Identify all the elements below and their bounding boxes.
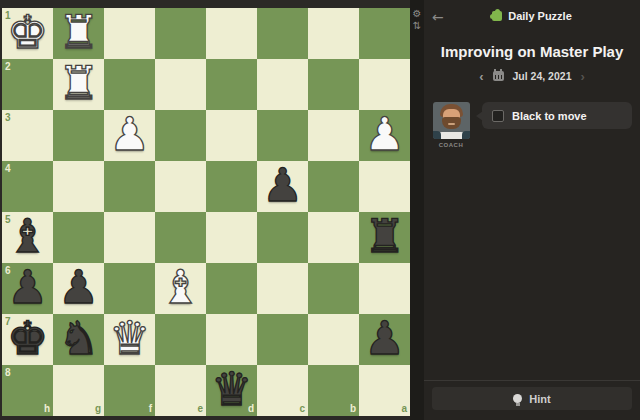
black-pawn-h6[interactable]: ♟: [2, 263, 53, 314]
square-f7[interactable]: ♛: [104, 314, 155, 365]
black-pawn-g6[interactable]: ♟: [53, 263, 104, 314]
square-h1[interactable]: 1♚: [2, 8, 53, 59]
file-label-f: f: [149, 404, 152, 414]
square-c1[interactable]: [257, 8, 308, 59]
square-d3[interactable]: [206, 110, 257, 161]
square-e7[interactable]: [155, 314, 206, 365]
square-e1[interactable]: [155, 8, 206, 59]
square-a8[interactable]: a: [359, 365, 410, 416]
square-g2[interactable]: ♜: [53, 59, 104, 110]
square-b3[interactable]: [308, 110, 359, 161]
white-queen-f7[interactable]: ♛: [104, 314, 155, 365]
square-f1[interactable]: [104, 8, 155, 59]
square-e6[interactable]: ♝: [155, 263, 206, 314]
black-rook-a5[interactable]: ♜: [359, 212, 410, 263]
settings-gear-icon[interactable]: ⚙: [413, 8, 422, 19]
board-tools-strip: ⚙ ⇅: [410, 0, 424, 420]
square-g5[interactable]: [53, 212, 104, 263]
square-f5[interactable]: [104, 212, 155, 263]
rank-label-3: 3: [5, 113, 11, 123]
black-king-h7[interactable]: ♚: [2, 314, 53, 365]
square-g4[interactable]: [53, 161, 104, 212]
square-d1[interactable]: [206, 8, 257, 59]
rank-label-4: 4: [5, 164, 11, 174]
black-pawn-a7[interactable]: ♟: [359, 314, 410, 365]
square-c4[interactable]: ♟: [257, 161, 308, 212]
square-g3[interactable]: [53, 110, 104, 161]
speech-bubble: Black to move: [482, 102, 632, 129]
date-navigation: ‹ Jul 24, 2021 ›: [424, 69, 640, 83]
square-h8[interactable]: 8h: [2, 365, 53, 416]
square-a7[interactable]: ♟: [359, 314, 410, 365]
white-rook-g2[interactable]: ♜: [53, 59, 104, 110]
square-a3[interactable]: ♟: [359, 110, 410, 161]
square-g6[interactable]: ♟: [53, 263, 104, 314]
square-e3[interactable]: [155, 110, 206, 161]
coach-avatar: [433, 102, 470, 139]
square-e2[interactable]: [155, 59, 206, 110]
square-c8[interactable]: c: [257, 365, 308, 416]
square-c5[interactable]: [257, 212, 308, 263]
square-f3[interactable]: ♟: [104, 110, 155, 161]
square-b5[interactable]: [308, 212, 359, 263]
square-d6[interactable]: [206, 263, 257, 314]
previous-puzzle-chevron[interactable]: ‹: [479, 70, 483, 83]
file-label-c: c: [299, 404, 305, 414]
square-e8[interactable]: e: [155, 365, 206, 416]
black-queen-d8[interactable]: ♛: [206, 365, 257, 416]
hint-label: Hint: [529, 393, 550, 405]
square-a6[interactable]: [359, 263, 410, 314]
puzzle-date[interactable]: Jul 24, 2021: [513, 70, 572, 82]
square-g8[interactable]: g: [53, 365, 104, 416]
square-a5[interactable]: ♜: [359, 212, 410, 263]
square-b7[interactable]: [308, 314, 359, 365]
square-f2[interactable]: [104, 59, 155, 110]
square-f6[interactable]: [104, 263, 155, 314]
rank-label-2: 2: [5, 62, 11, 72]
black-bishop-h5[interactable]: ♝: [2, 212, 53, 263]
square-d5[interactable]: [206, 212, 257, 263]
lightbulb-icon: [513, 394, 522, 403]
square-h2[interactable]: 2: [2, 59, 53, 110]
hint-button[interactable]: Hint: [432, 387, 632, 410]
to-move-text: Black to move: [512, 110, 587, 122]
square-c2[interactable]: [257, 59, 308, 110]
square-g1[interactable]: ♜: [53, 8, 104, 59]
file-label-b: b: [350, 404, 356, 414]
panel-header: ← Daily Puzzle: [424, 8, 640, 34]
square-f8[interactable]: f: [104, 365, 155, 416]
square-h7[interactable]: 7♚: [2, 314, 53, 365]
square-b4[interactable]: [308, 161, 359, 212]
square-c3[interactable]: [257, 110, 308, 161]
back-arrow-icon[interactable]: ←: [432, 9, 444, 25]
file-label-g: g: [95, 404, 101, 414]
coach-row: COACH Black to move: [424, 102, 640, 148]
file-label-e: e: [197, 404, 203, 414]
white-pawn-a3[interactable]: ♟: [359, 110, 410, 161]
coach-card: COACH: [432, 102, 470, 148]
black-knight-g7[interactable]: ♞: [53, 314, 104, 365]
square-e5[interactable]: [155, 212, 206, 263]
square-h6[interactable]: 6♟: [2, 263, 53, 314]
square-c6[interactable]: [257, 263, 308, 314]
square-e4[interactable]: [155, 161, 206, 212]
panel-footer: Hint: [424, 380, 640, 420]
square-b8[interactable]: b: [308, 365, 359, 416]
puzzle-piece-icon: [492, 11, 502, 21]
white-king-h1[interactable]: ♚: [2, 8, 53, 59]
white-bishop-e6[interactable]: ♝: [155, 263, 206, 314]
file-label-h: h: [44, 404, 50, 414]
chess-board[interactable]: 1♚♜2♜3♟♟4♟5♝♜6♟♟♝7♚♞♛♟8hgfed♛cba: [2, 8, 410, 416]
square-d7[interactable]: [206, 314, 257, 365]
square-b6[interactable]: [308, 263, 359, 314]
calendar-icon: [493, 71, 504, 81]
square-c7[interactable]: [257, 314, 308, 365]
square-f4[interactable]: [104, 161, 155, 212]
square-d2[interactable]: [206, 59, 257, 110]
black-to-move-square-icon: [492, 110, 504, 122]
square-a1[interactable]: [359, 8, 410, 59]
square-d8[interactable]: d♛: [206, 365, 257, 416]
square-b1[interactable]: [308, 8, 359, 59]
square-g7[interactable]: ♞: [53, 314, 104, 365]
file-label-a: a: [401, 404, 407, 414]
puzzle-title: Improving on Master Play: [424, 43, 640, 60]
square-h4[interactable]: 4: [2, 161, 53, 212]
next-puzzle-chevron[interactable]: ›: [580, 70, 584, 83]
panel-spacer: [424, 148, 640, 380]
daily-puzzle-heading: Daily Puzzle: [424, 8, 640, 22]
white-pawn-f3[interactable]: ♟: [104, 110, 155, 161]
flip-board-icon[interactable]: ⇅: [413, 20, 421, 31]
rank-label-8: 8: [5, 368, 11, 378]
speech-bubble-tail: [476, 111, 483, 121]
puzzle-panel: ← Daily Puzzle Improving on Master Play …: [424, 0, 640, 420]
black-pawn-c4[interactable]: ♟: [257, 161, 308, 212]
daily-puzzle-label: Daily Puzzle: [508, 10, 572, 22]
board-frame: 1♚♜2♜3♟♟4♟5♝♜6♟♟♝7♚♞♛♟8hgfed♛cba: [0, 0, 410, 420]
square-b2[interactable]: [308, 59, 359, 110]
square-h5[interactable]: 5♝: [2, 212, 53, 263]
square-a4[interactable]: [359, 161, 410, 212]
white-rook-g1[interactable]: ♜: [53, 8, 104, 59]
square-a2[interactable]: [359, 59, 410, 110]
square-h3[interactable]: 3: [2, 110, 53, 161]
square-d4[interactable]: [206, 161, 257, 212]
